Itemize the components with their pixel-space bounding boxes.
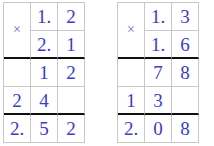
worksheet-canvas: × 1. 2 2. 1 1 2 2 4 2. 5 2 × 1. 3 1. 6 7… (0, 0, 214, 146)
cell-factor1-units: 3 (172, 3, 199, 31)
cell-product-c2: 5 (31, 115, 58, 143)
cell-factor1-units: 2 (58, 3, 85, 31)
times-icon: × (118, 3, 145, 59)
cell-factor2-tens: 2. (31, 31, 58, 59)
cell-partial2-c1: 2 (4, 87, 31, 115)
cell-factor2-units: 1 (58, 31, 85, 59)
cell-partial1-c2: 1 (31, 59, 58, 87)
cell-partial1-c1 (4, 59, 31, 87)
cell-partial2-c1: 1 (118, 87, 145, 115)
cell-partial2-c3 (58, 87, 85, 115)
cell-product-c1: 2. (118, 115, 145, 143)
cell-partial1-c3: 2 (58, 59, 85, 87)
cell-factor1-tens: 1. (145, 3, 172, 31)
cell-factor2-units: 6 (172, 31, 199, 59)
cell-partial2-c3 (172, 87, 199, 115)
cell-factor2-tens: 1. (145, 31, 172, 59)
cell-product-c2: 0 (145, 115, 172, 143)
cell-partial1-c2: 7 (145, 59, 172, 87)
cell-product-c3: 2 (58, 115, 85, 143)
cell-partial2-c2: 3 (145, 87, 172, 115)
cell-partial2-c2: 4 (31, 87, 58, 115)
times-icon: × (4, 3, 31, 59)
cell-product-c3: 8 (172, 115, 199, 143)
cell-product-c1: 2. (4, 115, 31, 143)
multiplication-grid-left: × 1. 2 2. 1 1 2 2 4 2. 5 2 (3, 2, 85, 143)
cell-partial1-c3: 8 (172, 59, 199, 87)
cell-factor1-tens: 1. (31, 3, 58, 31)
multiplication-grid-right: × 1. 3 1. 6 7 8 1 3 2. 0 8 (117, 2, 199, 143)
cell-partial1-c1 (118, 59, 145, 87)
